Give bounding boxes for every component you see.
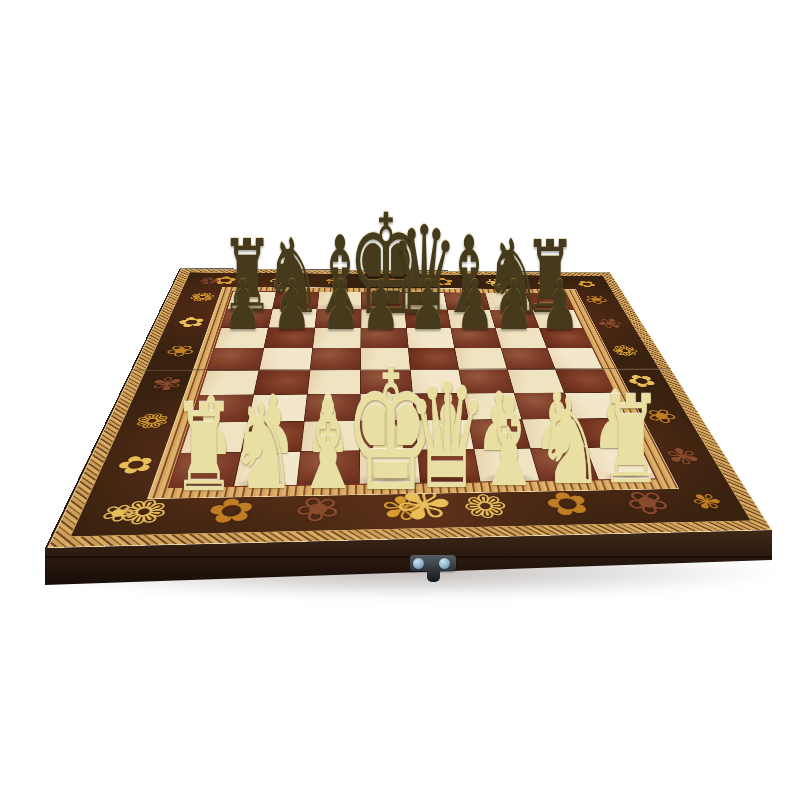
piece-black-pawn-a7[interactable]: ♟	[224, 271, 262, 340]
square-g5[interactable]	[502, 348, 555, 369]
piece-white-rook-h1[interactable]: ♜	[599, 380, 662, 501]
floral-motif: ✿	[114, 450, 157, 479]
piece-white-bishop-f1[interactable]: ♝	[476, 380, 543, 504]
piece-black-pawn-e7[interactable]: ♟	[409, 271, 447, 340]
piece-black-pawn-f7[interactable]: ♟	[456, 271, 494, 340]
piece-black-pawn-g7[interactable]: ♟	[495, 271, 533, 340]
clasp-screw-right	[439, 558, 450, 569]
floral-motif: ❀	[580, 292, 613, 307]
square-h5[interactable]	[547, 348, 602, 369]
piece-white-knight-b1[interactable]: ♞	[229, 388, 297, 507]
piece-black-pawn-h7[interactable]: ♟	[541, 271, 579, 340]
square-b5[interactable]	[259, 348, 312, 370]
square-a5[interactable]	[208, 348, 264, 370]
piece-black-pawn-b7[interactable]: ♟	[273, 271, 311, 340]
floral-motif: ❀	[93, 503, 142, 524]
clasp-tab	[427, 566, 440, 582]
piece-white-rook-a1[interactable]: ♜	[172, 388, 235, 509]
chessboard-photo: ✿❀✾❁✿❀✾❁✿❀✾❁✿❀✾❁✿❀✾❁✿❀✾❁✿❀✾❁✿❀✾ ♜♞♝♚♛♝♞♜…	[0, 0, 800, 800]
piece-black-pawn-c7[interactable]: ♟	[321, 271, 359, 340]
piece-black-pawn-d7[interactable]: ♟	[362, 271, 400, 340]
metal-clasp[interactable]	[408, 553, 458, 587]
floral-motif: ❁	[199, 276, 220, 286]
piece-white-knight-g1[interactable]: ♞	[536, 383, 604, 502]
floral-motif: ✾	[683, 488, 730, 515]
clasp-screw-left	[413, 558, 424, 569]
floral-motif: ✾	[592, 318, 629, 329]
floral-motif: ❁	[185, 291, 219, 304]
floral-motif: ❀	[162, 343, 198, 358]
